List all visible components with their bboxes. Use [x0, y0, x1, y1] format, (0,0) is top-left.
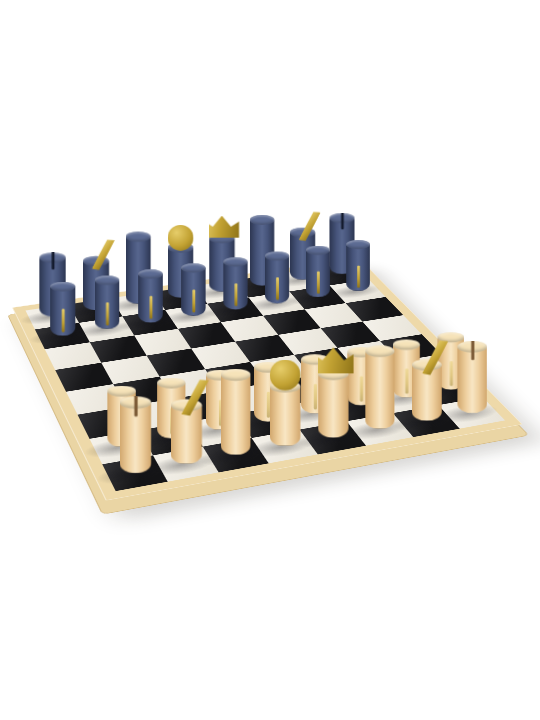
cylinder-top [107, 385, 136, 396]
gold-stripe [149, 296, 152, 319]
cylinder-top [305, 245, 329, 254]
piece-white-bishop-c1 [220, 368, 250, 455]
product-photo-scene [0, 0, 540, 720]
cylinder-top [125, 231, 150, 241]
gold-stripe [356, 265, 359, 287]
cylinder-body [180, 263, 205, 316]
piece-black-pawn-c7 [138, 269, 163, 322]
cylinder-body [138, 269, 163, 322]
piece-white-rook-a1 [119, 396, 151, 473]
piece-white-knight-b1 [170, 374, 201, 464]
rook-slit [340, 211, 343, 229]
gold-stripe [234, 283, 237, 306]
piece-black-pawn-e7 [223, 257, 247, 310]
cylinder-top [180, 263, 205, 272]
cylinder-body [94, 275, 119, 329]
piece-black-pawn-d7 [180, 263, 205, 316]
piece-black-pawn-f7 [264, 251, 288, 303]
cylinder-body [305, 245, 329, 297]
chessboard [12, 257, 523, 500]
cylinder-top [50, 282, 75, 292]
cylinder-top [365, 345, 394, 357]
cylinder-body [317, 368, 347, 438]
gold-stripe [105, 302, 108, 325]
piece-black-pawn-a7 [50, 282, 75, 336]
gold-stripe [404, 368, 407, 393]
gold-stripe [449, 361, 452, 386]
cylinder-body [223, 257, 247, 310]
pieces-layer [12, 257, 523, 500]
rook-slit [470, 339, 473, 360]
cylinder-top [250, 215, 275, 225]
king-gold-crown [204, 216, 239, 238]
king-gold-crown [312, 347, 353, 373]
cylinder-top [220, 368, 250, 380]
gold-stripe [191, 290, 194, 313]
cylinder-top [138, 269, 163, 279]
cylinder-body [264, 251, 288, 303]
cylinder-top [346, 240, 370, 249]
cylinder-top [223, 257, 247, 266]
cylinder-top [94, 275, 119, 285]
perspective-wrapper [0, 0, 540, 720]
piece-white-queen-d1 [269, 359, 300, 446]
rook-slit [51, 250, 54, 269]
piece-black-pawn-g7 [305, 245, 329, 297]
piece-white-rook-h1 [457, 341, 487, 413]
gold-stripe [61, 309, 64, 332]
cylinder-body [365, 345, 394, 429]
cylinder-body [119, 396, 151, 473]
rook-slit [133, 394, 136, 417]
cylinder-body [220, 368, 250, 455]
gold-stripe [316, 271, 319, 293]
piece-white-king-e1 [317, 347, 347, 437]
piece-white-bishop-f1 [365, 345, 394, 429]
piece-black-pawn-h7 [346, 240, 370, 291]
gold-stripe [266, 392, 269, 418]
gold-stripe [359, 376, 362, 401]
piece-black-pawn-b7 [94, 275, 119, 329]
queen-gold-ball [167, 225, 193, 251]
gold-stripe [275, 277, 278, 299]
queen-gold-ball [269, 359, 300, 390]
piece-white-knight-g1 [411, 335, 441, 421]
cylinder-body [50, 282, 75, 336]
cylinder-body [346, 240, 370, 291]
cylinder-body [457, 341, 487, 413]
gold-stripe [313, 384, 316, 409]
cylinder-top [264, 251, 288, 260]
